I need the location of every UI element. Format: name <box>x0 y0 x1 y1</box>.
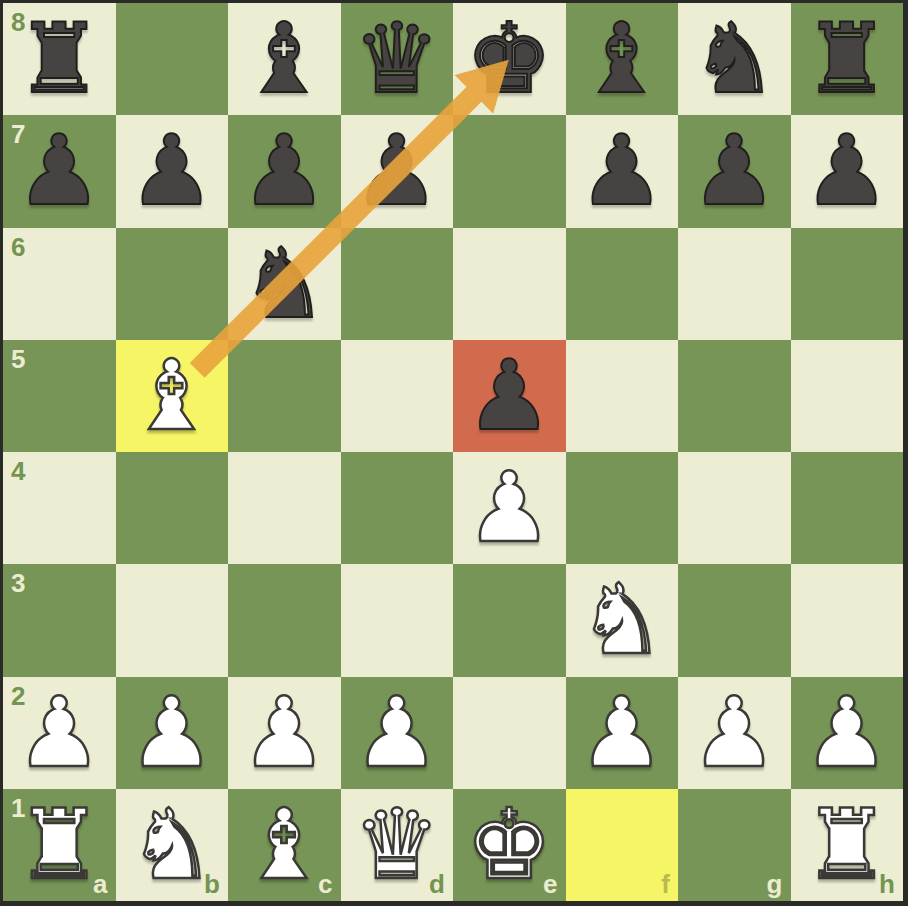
square-b2[interactable]: ♟ <box>116 677 229 789</box>
piece-black-pawn[interactable]: ♟ <box>803 115 890 227</box>
square-g1[interactable]: g <box>678 789 791 901</box>
square-e4[interactable]: ♟ <box>453 452 566 564</box>
square-e1[interactable]: e♚ <box>453 789 566 901</box>
piece-black-bishop[interactable]: ♝ <box>241 3 328 115</box>
square-e6[interactable] <box>453 228 566 340</box>
piece-black-knight[interactable]: ♞ <box>241 228 328 340</box>
square-b4[interactable] <box>116 452 229 564</box>
square-g3[interactable] <box>678 564 791 676</box>
square-f8[interactable]: ♝ <box>566 3 679 115</box>
square-f2[interactable]: ♟ <box>566 677 679 789</box>
square-b7[interactable]: ♟ <box>116 115 229 227</box>
piece-white-pawn[interactable]: ♟ <box>353 677 440 789</box>
chess-board[interactable]: 8♜♝♛♚♝♞♜7♟♟♟♟♟♟♟6♞5♝♟4♟3♞2♟♟♟♟♟♟♟1a♜b♞c♝… <box>3 3 903 901</box>
square-d8[interactable]: ♛ <box>341 3 454 115</box>
square-h7[interactable]: ♟ <box>791 115 904 227</box>
piece-white-pawn[interactable]: ♟ <box>16 677 103 789</box>
square-c6[interactable]: ♞ <box>228 228 341 340</box>
piece-white-pawn[interactable]: ♟ <box>466 452 553 564</box>
piece-white-pawn[interactable]: ♟ <box>128 677 215 789</box>
square-b8[interactable] <box>116 3 229 115</box>
square-e3[interactable] <box>453 564 566 676</box>
piece-black-pawn[interactable]: ♟ <box>241 115 328 227</box>
square-f5[interactable] <box>566 340 679 452</box>
square-b1[interactable]: b♞ <box>116 789 229 901</box>
piece-black-knight[interactable]: ♞ <box>691 3 778 115</box>
square-a3[interactable]: 3 <box>3 564 116 676</box>
square-f3[interactable]: ♞ <box>566 564 679 676</box>
square-c1[interactable]: c♝ <box>228 789 341 901</box>
square-d6[interactable] <box>341 228 454 340</box>
piece-white-king[interactable]: ♚ <box>466 789 553 901</box>
square-c3[interactable] <box>228 564 341 676</box>
square-d7[interactable]: ♟ <box>341 115 454 227</box>
piece-white-bishop[interactable]: ♝ <box>241 789 328 901</box>
piece-black-pawn[interactable]: ♟ <box>466 340 553 452</box>
square-h1[interactable]: h♜ <box>791 789 904 901</box>
piece-white-pawn[interactable]: ♟ <box>803 677 890 789</box>
file-label-f: f <box>661 871 670 897</box>
square-f6[interactable] <box>566 228 679 340</box>
square-b3[interactable] <box>116 564 229 676</box>
piece-black-rook[interactable]: ♜ <box>16 3 103 115</box>
square-g5[interactable] <box>678 340 791 452</box>
square-d5[interactable] <box>341 340 454 452</box>
square-b5[interactable]: ♝ <box>116 340 229 452</box>
square-a5[interactable]: 5 <box>3 340 116 452</box>
square-h3[interactable] <box>791 564 904 676</box>
piece-white-pawn[interactable]: ♟ <box>241 677 328 789</box>
square-d1[interactable]: d♛ <box>341 789 454 901</box>
piece-white-pawn[interactable]: ♟ <box>691 677 778 789</box>
square-a8[interactable]: 8♜ <box>3 3 116 115</box>
square-a2[interactable]: 2♟ <box>3 677 116 789</box>
square-a6[interactable]: 6 <box>3 228 116 340</box>
piece-black-pawn[interactable]: ♟ <box>128 115 215 227</box>
square-g2[interactable]: ♟ <box>678 677 791 789</box>
file-label-g: g <box>767 871 783 897</box>
square-h8[interactable]: ♜ <box>791 3 904 115</box>
rank-label-6: 6 <box>11 234 25 260</box>
square-d3[interactable] <box>341 564 454 676</box>
piece-black-pawn[interactable]: ♟ <box>353 115 440 227</box>
square-c7[interactable]: ♟ <box>228 115 341 227</box>
square-f1[interactable]: f <box>566 789 679 901</box>
square-e5[interactable]: ♟ <box>453 340 566 452</box>
square-g4[interactable] <box>678 452 791 564</box>
square-a4[interactable]: 4 <box>3 452 116 564</box>
chess-board-frame: 8♜♝♛♚♝♞♜7♟♟♟♟♟♟♟6♞5♝♟4♟3♞2♟♟♟♟♟♟♟1a♜b♞c♝… <box>0 0 908 906</box>
rank-label-5: 5 <box>11 346 25 372</box>
square-h2[interactable]: ♟ <box>791 677 904 789</box>
piece-white-queen[interactable]: ♛ <box>353 789 440 901</box>
rank-label-3: 3 <box>11 570 25 596</box>
square-e8[interactable]: ♚ <box>453 3 566 115</box>
square-g6[interactable] <box>678 228 791 340</box>
piece-white-knight[interactable]: ♞ <box>128 789 215 901</box>
square-a7[interactable]: 7♟ <box>3 115 116 227</box>
piece-black-bishop[interactable]: ♝ <box>578 3 665 115</box>
piece-black-rook[interactable]: ♜ <box>803 3 890 115</box>
piece-black-pawn[interactable]: ♟ <box>578 115 665 227</box>
square-e7[interactable] <box>453 115 566 227</box>
square-a1[interactable]: 1a♜ <box>3 789 116 901</box>
square-c8[interactable]: ♝ <box>228 3 341 115</box>
square-g7[interactable]: ♟ <box>678 115 791 227</box>
piece-white-pawn[interactable]: ♟ <box>578 677 665 789</box>
square-b6[interactable] <box>116 228 229 340</box>
rank-label-4: 4 <box>11 458 25 484</box>
piece-white-rook[interactable]: ♜ <box>803 789 890 901</box>
piece-white-rook[interactable]: ♜ <box>16 789 103 901</box>
square-h5[interactable] <box>791 340 904 452</box>
square-c2[interactable]: ♟ <box>228 677 341 789</box>
piece-black-queen[interactable]: ♛ <box>353 3 440 115</box>
square-d4[interactable] <box>341 452 454 564</box>
piece-white-bishop[interactable]: ♝ <box>128 340 215 452</box>
square-h6[interactable] <box>791 228 904 340</box>
piece-white-knight[interactable]: ♞ <box>578 564 665 676</box>
piece-black-king[interactable]: ♚ <box>466 3 553 115</box>
piece-black-pawn[interactable]: ♟ <box>691 115 778 227</box>
square-h4[interactable] <box>791 452 904 564</box>
square-c5[interactable] <box>228 340 341 452</box>
square-g8[interactable]: ♞ <box>678 3 791 115</box>
square-e2[interactable] <box>453 677 566 789</box>
piece-black-pawn[interactable]: ♟ <box>16 115 103 227</box>
square-c4[interactable] <box>228 452 341 564</box>
square-d2[interactable]: ♟ <box>341 677 454 789</box>
square-f7[interactable]: ♟ <box>566 115 679 227</box>
square-f4[interactable] <box>566 452 679 564</box>
